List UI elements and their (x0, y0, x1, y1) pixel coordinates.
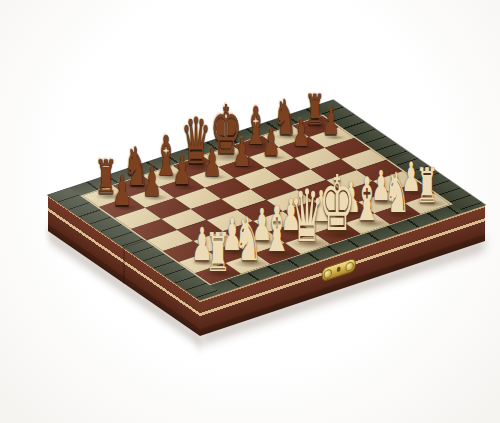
brass-clasp (322, 257, 356, 282)
clasp-end-cap (324, 268, 333, 280)
white-bishop-glyph: ♝ (353, 171, 381, 231)
black-pawn-glyph: ♟ (232, 133, 250, 172)
white-bishop-glyph: ♝ (263, 199, 293, 262)
black-pawn-glyph: ♟ (323, 105, 340, 142)
white-rook-glyph: ♜ (416, 162, 439, 210)
clasp-end-cap (345, 261, 354, 273)
black-pawn-glyph: ♟ (112, 171, 132, 213)
black-pawn-glyph: ♟ (172, 152, 191, 192)
black-pawn-glyph: ♟ (202, 143, 221, 183)
clasp-keyhole (337, 266, 341, 272)
black-pawn-glyph: ♟ (262, 124, 280, 162)
white-rook-glyph: ♜ (205, 226, 230, 280)
black-pawn-glyph: ♟ (293, 115, 311, 152)
fold-seam (123, 247, 124, 284)
chess-set-photo: ♜♞♝♛♚♝♞♜♟♟♟♟♟♟♟♟♟♟♟♟♟♟♟♟♜♞♝♛♚♝♞♜ (0, 0, 500, 423)
white-knight-glyph: ♞ (233, 211, 261, 271)
white-knight-glyph: ♞ (384, 165, 410, 220)
black-pawn-glyph: ♟ (142, 161, 161, 202)
white-queen-glyph: ♛ (290, 180, 324, 252)
white-king-glyph: ♚ (319, 167, 355, 243)
